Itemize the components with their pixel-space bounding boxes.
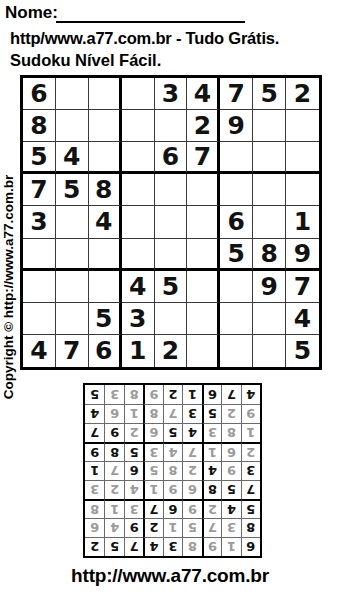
- puzzle-cell-r8c9[interactable]: 4: [286, 303, 319, 335]
- answer-cell-r6c3: 1: [202, 442, 221, 461]
- puzzle-cell-r8c8[interactable]: [253, 303, 286, 335]
- answer-cell-r1c9: 2: [85, 537, 104, 556]
- puzzle-cell-r4c7[interactable]: [220, 174, 253, 206]
- puzzle-cell-r5c6[interactable]: [187, 206, 220, 238]
- answer-cell-r3c7: 3: [124, 499, 143, 518]
- puzzle-cell-r6c9[interactable]: 9: [286, 239, 319, 271]
- answer-cell-r4c1: 7: [241, 480, 260, 499]
- puzzle-cell-r2c5[interactable]: [155, 110, 188, 142]
- answer-cell-r7c2: 8: [221, 423, 240, 442]
- answer-cell-r2c3: 7: [202, 518, 221, 537]
- puzzle-cell-r2c9[interactable]: [286, 110, 319, 142]
- puzzle-cell-r1c1[interactable]: 6: [23, 78, 56, 110]
- answer-cell-r3c5: 6: [163, 499, 182, 518]
- puzzle-cell-r3c6[interactable]: 7: [187, 142, 220, 174]
- puzzle-cell-r3c7[interactable]: [220, 142, 253, 174]
- answer-cell-r4c8: 2: [104, 480, 123, 499]
- answer-cell-r6c2: 6: [221, 442, 240, 461]
- puzzle-cell-r6c3[interactable]: [89, 239, 122, 271]
- answer-cell-r3c9: 8: [85, 499, 104, 518]
- answer-cell-r9c5: 2: [163, 385, 182, 404]
- puzzle-cell-r1c8[interactable]: 5: [253, 78, 286, 110]
- puzzle-cell-r9c6[interactable]: [187, 335, 220, 367]
- answer-cell-r6c6: 3: [143, 442, 162, 461]
- answer-cell-r2c7: 9: [124, 518, 143, 537]
- puzzle-cell-r5c7[interactable]: 6: [220, 206, 253, 238]
- puzzle-cell-r5c8[interactable]: [253, 206, 286, 238]
- answer-cell-r2c4: 5: [182, 518, 201, 537]
- name-label: Nome:: [5, 3, 58, 23]
- puzzle-cell-r5c2[interactable]: [56, 206, 89, 238]
- puzzle-cell-r5c4[interactable]: [122, 206, 155, 238]
- answer-cell-r3c2: 4: [221, 499, 240, 518]
- answer-cell-r6c5: 4: [163, 442, 182, 461]
- answer-cell-r7c4: 4: [182, 423, 201, 442]
- puzzle-cell-r9c4[interactable]: 1: [122, 335, 155, 367]
- puzzle-cell-r4c6[interactable]: [187, 174, 220, 206]
- puzzle-cell-r8c7[interactable]: [220, 303, 253, 335]
- answer-cell-r7c7: 2: [124, 423, 143, 442]
- puzzle-cell-r6c6[interactable]: [187, 239, 220, 271]
- sudoku-answer-grid-rotated: 6198347528375129465429673187586914233942…: [83, 383, 262, 558]
- puzzle-cell-r8c6[interactable]: [187, 303, 220, 335]
- puzzle-cell-r9c5[interactable]: 2: [155, 335, 188, 367]
- puzzle-cell-r8c1[interactable]: [23, 303, 56, 335]
- puzzle-cell-r6c5[interactable]: [155, 239, 188, 271]
- answer-cell-r9c2: 7: [221, 385, 240, 404]
- answer-cell-r8c5: 7: [163, 404, 182, 423]
- answer-cell-r3c4: 9: [182, 499, 201, 518]
- answer-cell-r9c3: 6: [202, 385, 221, 404]
- answer-cell-r5c5: 8: [163, 461, 182, 480]
- puzzle-cell-r9c9[interactable]: 5: [286, 335, 319, 367]
- puzzle-cell-r7c4[interactable]: 4: [122, 271, 155, 303]
- puzzle-cell-r7c9[interactable]: 7: [286, 271, 319, 303]
- site-tagline: http/www.a77.com.br - Tudo Grátis.: [10, 29, 279, 48]
- answer-cell-r4c3: 8: [202, 480, 221, 499]
- puzzle-cell-r9c1[interactable]: 4: [23, 335, 56, 367]
- puzzle-cell-r7c6[interactable]: [187, 271, 220, 303]
- answer-cell-r8c7: 1: [124, 404, 143, 423]
- answer-cell-r2c5: 1: [163, 518, 182, 537]
- answer-cell-r4c2: 5: [221, 480, 240, 499]
- puzzle-cell-r5c9[interactable]: 1: [286, 206, 319, 238]
- answer-cell-r8c4: 3: [182, 404, 201, 423]
- puzzle-cell-r3c1[interactable]: 5: [23, 142, 56, 174]
- answer-cell-r1c3: 9: [202, 537, 221, 556]
- answer-cell-r9c1: 4: [241, 385, 260, 404]
- puzzle-cell-r1c7[interactable]: 7: [220, 78, 253, 110]
- answer-cell-r9c4: 1: [182, 385, 201, 404]
- answer-cell-r5c2: 9: [221, 461, 240, 480]
- puzzle-cell-r4c5[interactable]: [155, 174, 188, 206]
- answer-cell-r3c8: 1: [104, 499, 123, 518]
- puzzle-cell-r1c5[interactable]: 3: [155, 78, 188, 110]
- puzzle-cell-r2c4[interactable]: [122, 110, 155, 142]
- answer-cell-r6c8: 8: [104, 442, 123, 461]
- answer-cell-r5c9: 1: [85, 461, 104, 480]
- puzzle-cell-r7c8[interactable]: 9: [253, 271, 286, 303]
- sudoku-puzzle-grid: 634752829546775834615894597534476125: [20, 75, 322, 370]
- puzzle-cell-r2c7[interactable]: 9: [220, 110, 253, 142]
- puzzle-cell-r7c1[interactable]: [23, 271, 56, 303]
- puzzle-cell-r4c3[interactable]: 8: [89, 174, 122, 206]
- puzzle-cell-r7c3[interactable]: [89, 271, 122, 303]
- puzzle-cell-r4c8[interactable]: [253, 174, 286, 206]
- answer-cell-r4c9: 3: [85, 480, 104, 499]
- puzzle-cell-r6c1[interactable]: [23, 239, 56, 271]
- puzzle-cell-r4c2[interactable]: 5: [56, 174, 89, 206]
- puzzle-cell-r1c2[interactable]: [56, 78, 89, 110]
- answer-cell-r5c7: 6: [124, 461, 143, 480]
- answer-cell-r7c6: 6: [143, 423, 162, 442]
- puzzle-cell-r5c5[interactable]: [155, 206, 188, 238]
- puzzle-cell-r4c4[interactable]: [122, 174, 155, 206]
- puzzle-cell-r8c5[interactable]: [155, 303, 188, 335]
- puzzle-cell-r1c4[interactable]: [122, 78, 155, 110]
- answer-cell-r7c5: 5: [163, 423, 182, 442]
- puzzle-cell-r4c1[interactable]: 7: [23, 174, 56, 206]
- puzzle-cell-r3c3[interactable]: [89, 142, 122, 174]
- puzzle-cell-r3c4[interactable]: [122, 142, 155, 174]
- answer-cell-r1c4: 8: [182, 537, 201, 556]
- puzzle-cell-r6c7[interactable]: 5: [220, 239, 253, 271]
- answer-cell-r8c1: 9: [241, 404, 260, 423]
- answer-cell-r9c7: 8: [124, 385, 143, 404]
- puzzle-cell-r7c2[interactable]: [56, 271, 89, 303]
- answer-cell-r2c1: 8: [241, 518, 260, 537]
- puzzle-cell-r5c3[interactable]: 4: [89, 206, 122, 238]
- puzzle-cell-r2c3[interactable]: [89, 110, 122, 142]
- answer-cell-r6c7: 5: [124, 442, 143, 461]
- copyright-vertical-text: Copyright © http://www.a77.com.br: [1, 145, 17, 429]
- answer-cell-r9c6: 9: [143, 385, 162, 404]
- answer-cell-r8c8: 6: [104, 404, 123, 423]
- answer-cell-r5c4: 2: [182, 461, 201, 480]
- answer-cell-r5c8: 7: [104, 461, 123, 480]
- answer-cell-r1c5: 3: [163, 537, 182, 556]
- puzzle-cell-r2c2[interactable]: [56, 110, 89, 142]
- answer-cell-r1c1: 6: [241, 537, 260, 556]
- answer-cell-r5c3: 4: [202, 461, 221, 480]
- puzzle-cell-r9c3[interactable]: 6: [89, 335, 122, 367]
- answer-cell-r1c6: 4: [143, 537, 162, 556]
- puzzle-cell-r3c5[interactable]: 6: [155, 142, 188, 174]
- answer-cell-r1c8: 5: [104, 537, 123, 556]
- puzzle-cell-r4c9[interactable]: [286, 174, 319, 206]
- answer-cell-r8c6: 8: [143, 404, 162, 423]
- footer-url: http://www.a77.com.br: [0, 565, 340, 587]
- answer-cell-r7c3: 3: [202, 423, 221, 442]
- answer-cell-r8c9: 4: [85, 404, 104, 423]
- puzzle-cell-r6c4[interactable]: [122, 239, 155, 271]
- puzzle-cell-r7c7[interactable]: [220, 271, 253, 303]
- answer-cell-r3c6: 7: [143, 499, 162, 518]
- answer-cell-r2c6: 2: [143, 518, 162, 537]
- answer-cell-r3c1: 5: [241, 499, 260, 518]
- puzzle-cell-r8c2[interactable]: [56, 303, 89, 335]
- puzzle-cell-r9c8[interactable]: [253, 335, 286, 367]
- answer-cell-r7c1: 1: [241, 423, 260, 442]
- answer-cell-r1c7: 7: [124, 537, 143, 556]
- puzzle-cell-r1c6[interactable]: 4: [187, 78, 220, 110]
- puzzle-cell-r7c5[interactable]: 5: [155, 271, 188, 303]
- answer-cell-r5c1: 3: [241, 461, 260, 480]
- answer-cell-r7c8: 9: [104, 423, 123, 442]
- puzzle-cell-r9c2[interactable]: 7: [56, 335, 89, 367]
- answer-cell-r4c6: 1: [143, 480, 162, 499]
- answer-cell-r4c5: 9: [163, 480, 182, 499]
- puzzle-cell-r2c6[interactable]: 2: [187, 110, 220, 142]
- answer-cell-r2c8: 4: [104, 518, 123, 537]
- puzzle-cell-r2c8[interactable]: [253, 110, 286, 142]
- answer-cell-r8c3: 5: [202, 404, 221, 423]
- puzzle-cell-r1c3[interactable]: [89, 78, 122, 110]
- name-fill-line: [56, 4, 245, 23]
- puzzle-cell-r6c2[interactable]: [56, 239, 89, 271]
- puzzle-cell-r1c9[interactable]: 2: [286, 78, 319, 110]
- puzzle-cell-r9c7[interactable]: [220, 335, 253, 367]
- puzzle-cell-r8c3[interactable]: 5: [89, 303, 122, 335]
- answer-cell-r9c8: 3: [104, 385, 123, 404]
- answer-cell-r5c6: 5: [143, 461, 162, 480]
- puzzle-cell-r3c9[interactable]: [286, 142, 319, 174]
- answer-cell-r4c7: 4: [124, 480, 143, 499]
- puzzle-cell-r8c4[interactable]: 3: [122, 303, 155, 335]
- answer-cell-r8c2: 2: [221, 404, 240, 423]
- answer-cell-r2c9: 6: [85, 518, 104, 537]
- page-title: Sudoku Nível Fácil.: [10, 51, 161, 70]
- puzzle-cell-r3c2[interactable]: 4: [56, 142, 89, 174]
- answer-cell-r1c2: 1: [221, 537, 240, 556]
- answer-cell-r2c2: 3: [221, 518, 240, 537]
- answer-cell-r6c4: 7: [182, 442, 201, 461]
- answer-cell-r4c4: 6: [182, 480, 201, 499]
- puzzle-cell-r3c8[interactable]: [253, 142, 286, 174]
- answer-cell-r7c9: 7: [85, 423, 104, 442]
- answer-cell-r6c1: 2: [241, 442, 260, 461]
- answer-cell-r3c3: 2: [202, 499, 221, 518]
- answer-cell-r6c9: 9: [85, 442, 104, 461]
- answer-cell-r9c9: 5: [85, 385, 104, 404]
- puzzle-cell-r6c8[interactable]: 8: [253, 239, 286, 271]
- puzzle-cell-r2c1[interactable]: 8: [23, 110, 56, 142]
- puzzle-cell-r5c1[interactable]: 3: [23, 206, 56, 238]
